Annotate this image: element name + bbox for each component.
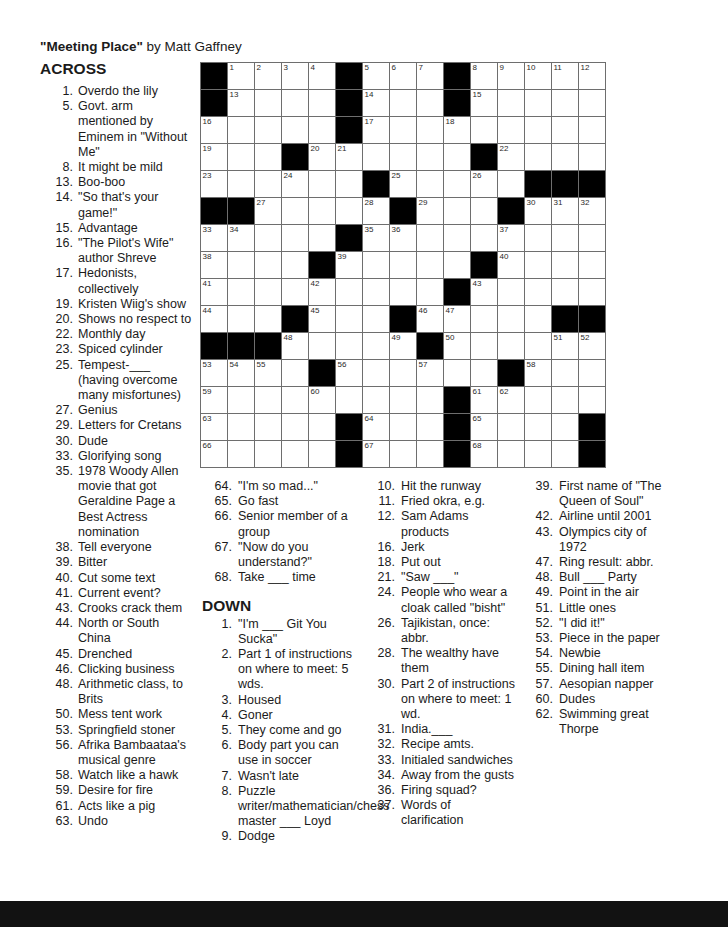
grid-cell[interactable] bbox=[282, 414, 309, 441]
grid-cell[interactable]: 45 bbox=[309, 306, 336, 333]
clue-text: Dudes bbox=[559, 692, 595, 707]
grid-cell[interactable] bbox=[498, 333, 525, 360]
clue-number: 36. bbox=[365, 783, 401, 798]
grid-cell[interactable]: 26 bbox=[471, 171, 498, 198]
across-clue-50: 50.Mess tent work bbox=[40, 707, 215, 722]
grid-cell[interactable] bbox=[282, 90, 309, 117]
grid-cell[interactable] bbox=[255, 306, 282, 333]
clue-text: Tell everyone bbox=[78, 540, 152, 555]
grid-cell[interactable] bbox=[255, 144, 282, 171]
across-clue-23: 23.Spiced cylinder bbox=[40, 342, 215, 357]
grid-cell[interactable]: 3 bbox=[282, 63, 309, 90]
grid-cell[interactable]: 51 bbox=[552, 333, 579, 360]
clue-number: 55. bbox=[525, 661, 559, 676]
grid-cell[interactable]: 4 bbox=[309, 63, 336, 90]
grid-cell[interactable]: 13 bbox=[228, 90, 255, 117]
grid-cell[interactable]: 52 bbox=[579, 333, 606, 360]
grid-cell[interactable] bbox=[363, 387, 390, 414]
grid-cell[interactable] bbox=[363, 333, 390, 360]
grid-cell[interactable] bbox=[417, 387, 444, 414]
grid-cell[interactable]: 58 bbox=[525, 360, 552, 387]
grid-cell[interactable] bbox=[498, 117, 525, 144]
grid-cell[interactable] bbox=[228, 144, 255, 171]
clue-number: 53. bbox=[40, 723, 78, 738]
black-cell bbox=[471, 144, 498, 171]
across-clue-67: 67."Now do you understand?" bbox=[202, 540, 374, 570]
across-clue-59: 59.Desire for fire bbox=[40, 783, 215, 798]
grid-cell[interactable] bbox=[282, 198, 309, 225]
grid-cell[interactable] bbox=[525, 252, 552, 279]
clue-number: 63. bbox=[40, 814, 78, 829]
clue-text: Glorifying song bbox=[78, 449, 161, 464]
grid-cell[interactable] bbox=[228, 387, 255, 414]
grid-cell[interactable] bbox=[336, 198, 363, 225]
across-clue-65: 65.Go fast bbox=[202, 494, 374, 509]
grid-cell[interactable] bbox=[228, 414, 255, 441]
across-clue-16: 16."The Pilot's Wife" author Shreve bbox=[40, 236, 215, 266]
grid-cell[interactable] bbox=[390, 90, 417, 117]
clue-number: 5. bbox=[40, 99, 78, 160]
grid-cell[interactable] bbox=[417, 90, 444, 117]
grid-cell[interactable] bbox=[525, 225, 552, 252]
clue-number: 46. bbox=[40, 662, 78, 677]
grid-cell[interactable]: 15 bbox=[471, 90, 498, 117]
across-clue-35: 35.1978 Woody Allen movie that got Geral… bbox=[40, 464, 215, 540]
grid-cell[interactable] bbox=[444, 225, 471, 252]
grid-cell[interactable]: 49 bbox=[390, 333, 417, 360]
grid-cell[interactable] bbox=[255, 441, 282, 468]
grid-cell[interactable] bbox=[336, 279, 363, 306]
grid-cell[interactable]: 21 bbox=[336, 144, 363, 171]
grid-cell[interactable]: 37 bbox=[498, 225, 525, 252]
grid-cell[interactable] bbox=[417, 441, 444, 468]
grid-cell[interactable] bbox=[525, 144, 552, 171]
grid-cell[interactable] bbox=[390, 441, 417, 468]
grid-cell[interactable] bbox=[336, 171, 363, 198]
cell-number: 67 bbox=[365, 441, 374, 451]
grid-cell[interactable]: 54 bbox=[228, 360, 255, 387]
grid-cell[interactable] bbox=[309, 441, 336, 468]
black-cell bbox=[336, 90, 363, 117]
grid-cell[interactable]: 14 bbox=[363, 90, 390, 117]
clue-text: Undo bbox=[78, 814, 108, 829]
grid-cell[interactable] bbox=[525, 90, 552, 117]
black-cell bbox=[444, 279, 471, 306]
clue-number: 43. bbox=[40, 601, 78, 616]
clue-number: 56. bbox=[40, 738, 78, 768]
grid-cell[interactable]: 47 bbox=[444, 306, 471, 333]
grid-cell[interactable] bbox=[228, 441, 255, 468]
grid-cell[interactable]: 5 bbox=[363, 63, 390, 90]
grid-cell[interactable] bbox=[282, 360, 309, 387]
clue-text: Springfield stoner bbox=[78, 723, 175, 738]
grid-cell[interactable]: 31 bbox=[552, 198, 579, 225]
across-clue-41: 41.Current event? bbox=[40, 586, 215, 601]
clue-text: Part 2 of instructions on where to meet:… bbox=[401, 677, 515, 723]
clue-number: 7. bbox=[202, 769, 238, 784]
clue-number: 39. bbox=[525, 479, 559, 509]
grid-cell[interactable]: 12 bbox=[579, 63, 606, 90]
clue-number: 5. bbox=[202, 723, 238, 738]
down-clue-31: 31.India.___ bbox=[365, 722, 533, 737]
down-clue-18: 18.Put out bbox=[365, 555, 533, 570]
cell-number: 56 bbox=[338, 360, 347, 370]
grid-cell[interactable]: 48 bbox=[282, 333, 309, 360]
grid-cell[interactable]: 60 bbox=[309, 387, 336, 414]
across-clue-27: 27.Genius bbox=[40, 403, 215, 418]
grid-cell[interactable]: 62 bbox=[498, 387, 525, 414]
grid-cell[interactable] bbox=[471, 360, 498, 387]
grid-cell[interactable]: 67 bbox=[363, 441, 390, 468]
clue-text: Boo-boo bbox=[78, 175, 125, 190]
grid-cell[interactable] bbox=[525, 414, 552, 441]
grid-cell[interactable] bbox=[282, 252, 309, 279]
grid-cell[interactable] bbox=[309, 333, 336, 360]
grid-cell[interactable] bbox=[255, 117, 282, 144]
grid-cell[interactable] bbox=[390, 414, 417, 441]
grid-cell[interactable] bbox=[390, 279, 417, 306]
grid-cell[interactable] bbox=[255, 225, 282, 252]
clue-text: Arithmetic class, to Brits bbox=[78, 677, 183, 707]
clue-text: Aesopian napper bbox=[559, 677, 654, 692]
grid-cell[interactable]: 34 bbox=[228, 225, 255, 252]
grid-cell[interactable]: 24 bbox=[282, 171, 309, 198]
down-clue-47: 47.Ring result: abbr. bbox=[525, 555, 705, 570]
grid-cell[interactable] bbox=[552, 90, 579, 117]
across-clue-14: 14."So that's your game!" bbox=[40, 190, 215, 220]
down-clue-7: 7.Wasn't late bbox=[202, 769, 374, 784]
black-cell bbox=[336, 117, 363, 144]
clue-number: 18. bbox=[365, 555, 401, 570]
grid-cell[interactable] bbox=[309, 117, 336, 144]
grid-cell[interactable] bbox=[363, 252, 390, 279]
clue-text: Point in the air bbox=[559, 585, 639, 600]
grid-cell[interactable] bbox=[471, 198, 498, 225]
clue-number: 62. bbox=[525, 707, 559, 737]
clue-number: 19. bbox=[40, 297, 78, 312]
grid-cell[interactable]: 1 bbox=[228, 63, 255, 90]
cell-number: 11 bbox=[554, 63, 562, 73]
clue-text: Body part you can use in soccer bbox=[238, 738, 339, 768]
grid-cell[interactable] bbox=[309, 171, 336, 198]
grid-cell[interactable] bbox=[255, 90, 282, 117]
clue-text: Wasn't late bbox=[238, 769, 299, 784]
grid-cell[interactable] bbox=[390, 252, 417, 279]
grid-cell[interactable] bbox=[471, 225, 498, 252]
grid-cell[interactable] bbox=[525, 387, 552, 414]
grid-cell[interactable] bbox=[282, 117, 309, 144]
cell-number: 46 bbox=[419, 306, 428, 316]
grid-cell[interactable] bbox=[579, 279, 606, 306]
across-clue-63: 63.Undo bbox=[40, 814, 215, 829]
grid-cell[interactable]: 30 bbox=[525, 198, 552, 225]
clue-number: 48. bbox=[40, 677, 78, 707]
grid-cell[interactable]: 55 bbox=[255, 360, 282, 387]
grid-cell[interactable] bbox=[363, 279, 390, 306]
cell-number: 2 bbox=[257, 63, 261, 73]
grid-cell[interactable] bbox=[552, 414, 579, 441]
clue-number: 8. bbox=[202, 784, 238, 830]
grid-cell[interactable] bbox=[417, 252, 444, 279]
clue-text: 1978 Woody Allen movie that got Geraldin… bbox=[78, 464, 179, 540]
black-cell bbox=[390, 306, 417, 333]
grid-cell[interactable] bbox=[255, 414, 282, 441]
grid-cell[interactable] bbox=[255, 171, 282, 198]
across-clue-66: 66.Senior member of a group bbox=[202, 509, 374, 539]
cell-number: 4 bbox=[311, 63, 315, 73]
grid-cell[interactable] bbox=[579, 387, 606, 414]
clue-number: 53. bbox=[525, 631, 559, 646]
grid-cell[interactable] bbox=[309, 198, 336, 225]
black-cell bbox=[363, 171, 390, 198]
clue-text: Bitter bbox=[78, 555, 107, 570]
grid-cell[interactable]: 65 bbox=[471, 414, 498, 441]
clue-text: Spiced cylinder bbox=[78, 342, 163, 357]
down-clues-column-2: 10.Hit the runway11.Fried okra, e.g.12.S… bbox=[365, 479, 533, 829]
clue-number: 58. bbox=[40, 768, 78, 783]
grid-cell[interactable] bbox=[336, 387, 363, 414]
grid-cell[interactable]: 43 bbox=[471, 279, 498, 306]
grid-cell[interactable] bbox=[228, 306, 255, 333]
grid-cell[interactable] bbox=[579, 117, 606, 144]
grid-cell[interactable] bbox=[552, 144, 579, 171]
clue-number: 12. bbox=[365, 509, 401, 539]
grid-cell[interactable] bbox=[336, 333, 363, 360]
grid-cell[interactable]: 10 bbox=[525, 63, 552, 90]
grid-cell[interactable]: 35 bbox=[363, 225, 390, 252]
grid-cell[interactable]: 25 bbox=[390, 171, 417, 198]
grid-cell[interactable] bbox=[471, 306, 498, 333]
grid-cell[interactable] bbox=[255, 279, 282, 306]
grid-cell[interactable] bbox=[390, 144, 417, 171]
grid-cell[interactable] bbox=[552, 279, 579, 306]
grid-cell[interactable] bbox=[363, 144, 390, 171]
grid-cell[interactable]: 18 bbox=[444, 117, 471, 144]
down-clue-53: 53.Piece in the paper bbox=[525, 631, 705, 646]
grid-cell[interactable] bbox=[498, 306, 525, 333]
black-cell bbox=[417, 333, 444, 360]
clue-number: 49. bbox=[525, 585, 559, 600]
black-cell bbox=[552, 171, 579, 198]
across-clue-17: 17.Hedonists, collectively bbox=[40, 266, 215, 296]
down-clue-21: 21."Saw ___" bbox=[365, 570, 533, 585]
grid-cell[interactable] bbox=[255, 252, 282, 279]
cell-number: 58 bbox=[527, 360, 536, 370]
across-clue-25: 25.Tempest-___ (having overcome many mis… bbox=[40, 358, 215, 404]
clue-text: Housed bbox=[238, 693, 281, 708]
clue-text: "Now do you understand?" bbox=[238, 540, 312, 570]
grid-cell[interactable] bbox=[525, 117, 552, 144]
clue-number: 25. bbox=[40, 358, 78, 404]
grid-cell[interactable] bbox=[282, 225, 309, 252]
grid-cell[interactable] bbox=[498, 171, 525, 198]
grid-cell[interactable]: 29 bbox=[417, 198, 444, 225]
grid-cell[interactable]: 27 bbox=[255, 198, 282, 225]
clue-text: The wealthy have them bbox=[401, 646, 499, 676]
grid-cell[interactable] bbox=[282, 441, 309, 468]
clue-text: Put out bbox=[401, 555, 441, 570]
grid-cell[interactable]: 17 bbox=[363, 117, 390, 144]
grid-cell[interactable] bbox=[444, 171, 471, 198]
clue-number: 15. bbox=[40, 221, 78, 236]
cell-number: 48 bbox=[284, 333, 293, 343]
clue-text: Initialed sandwiches bbox=[401, 753, 513, 768]
grid-cell[interactable]: 57 bbox=[417, 360, 444, 387]
grid-cell[interactable]: 39 bbox=[336, 252, 363, 279]
across-clue-19: 19.Kristen Wiig's show bbox=[40, 297, 215, 312]
grid-cell[interactable] bbox=[552, 441, 579, 468]
grid-cell[interactable] bbox=[498, 90, 525, 117]
grid-cell[interactable] bbox=[228, 171, 255, 198]
grid-cell[interactable] bbox=[282, 279, 309, 306]
clue-text: Little ones bbox=[559, 601, 616, 616]
grid-cell[interactable]: 36 bbox=[390, 225, 417, 252]
grid-cell[interactable] bbox=[579, 225, 606, 252]
grid-cell[interactable] bbox=[525, 333, 552, 360]
clue-number: 28. bbox=[365, 646, 401, 676]
down-clue-11: 11.Fried okra, e.g. bbox=[365, 494, 533, 509]
grid-cell[interactable] bbox=[525, 441, 552, 468]
grid-cell[interactable] bbox=[525, 279, 552, 306]
grid-cell[interactable]: 9 bbox=[498, 63, 525, 90]
grid-cell[interactable] bbox=[390, 360, 417, 387]
grid-cell[interactable]: 22 bbox=[498, 144, 525, 171]
cell-number: 22 bbox=[500, 144, 509, 154]
clue-number: 1. bbox=[40, 84, 78, 99]
grid-cell[interactable]: 56 bbox=[336, 360, 363, 387]
cell-number: 17 bbox=[365, 117, 374, 127]
grid-cell[interactable]: 11 bbox=[552, 63, 579, 90]
grid-cell[interactable] bbox=[579, 252, 606, 279]
clue-number: 30. bbox=[365, 677, 401, 723]
cell-number: 30 bbox=[527, 198, 536, 208]
grid-cell[interactable]: 8 bbox=[471, 63, 498, 90]
grid-cell[interactable] bbox=[228, 252, 255, 279]
clue-number: 45. bbox=[40, 647, 78, 662]
grid-cell[interactable] bbox=[228, 279, 255, 306]
grid-cell[interactable]: 6 bbox=[390, 63, 417, 90]
grid-cell[interactable]: 61 bbox=[471, 387, 498, 414]
across-clue-29: 29.Letters for Cretans bbox=[40, 418, 215, 433]
clue-number: 24. bbox=[365, 585, 401, 615]
grid-cell[interactable] bbox=[498, 279, 525, 306]
grid-cell[interactable] bbox=[417, 171, 444, 198]
grid-cell[interactable]: 28 bbox=[363, 198, 390, 225]
grid-cell[interactable] bbox=[552, 387, 579, 414]
grid-cell[interactable] bbox=[525, 306, 552, 333]
clue-number: 68. bbox=[202, 570, 238, 585]
grid-cell[interactable] bbox=[417, 117, 444, 144]
grid-cell[interactable] bbox=[471, 117, 498, 144]
down-clue-34: 34.Away from the gusts bbox=[365, 768, 533, 783]
clue-number: 23. bbox=[40, 342, 78, 357]
across-clue-22: 22.Monthly day bbox=[40, 327, 215, 342]
grid-cell[interactable] bbox=[498, 441, 525, 468]
grid-cell[interactable]: 46 bbox=[417, 306, 444, 333]
cell-number: 65 bbox=[473, 414, 482, 424]
cell-number: 5 bbox=[365, 63, 369, 73]
grid-cell[interactable]: 64 bbox=[363, 414, 390, 441]
grid-cell[interactable] bbox=[444, 198, 471, 225]
clue-text: Tempest-___ (having overcome many misfor… bbox=[78, 358, 181, 404]
grid-cell[interactable] bbox=[498, 414, 525, 441]
bottom-bar bbox=[0, 901, 728, 927]
cell-number: 18 bbox=[446, 117, 455, 127]
grid-cell[interactable] bbox=[417, 279, 444, 306]
grid-cell[interactable] bbox=[417, 414, 444, 441]
grid-cell[interactable] bbox=[336, 306, 363, 333]
clue-text: Acts like a pig bbox=[78, 799, 155, 814]
across-clue-5: 5.Govt. arm mentioned by Eminem in "With… bbox=[40, 99, 215, 160]
grid-cell[interactable] bbox=[579, 90, 606, 117]
cell-number: 49 bbox=[392, 333, 401, 343]
grid-cell[interactable] bbox=[417, 144, 444, 171]
grid-cell[interactable] bbox=[579, 360, 606, 387]
clue-text: First name of "The Queen of Soul" bbox=[559, 479, 661, 509]
grid-cell[interactable] bbox=[444, 144, 471, 171]
clue-text: Current event? bbox=[78, 586, 161, 601]
grid-cell[interactable] bbox=[390, 387, 417, 414]
cell-number: 54 bbox=[230, 360, 239, 370]
grid-cell[interactable]: 7 bbox=[417, 63, 444, 90]
grid-cell[interactable] bbox=[444, 360, 471, 387]
clue-text: "I'm so mad..." bbox=[238, 479, 318, 494]
grid-cell[interactable] bbox=[309, 225, 336, 252]
clue-number: 50. bbox=[40, 707, 78, 722]
grid-cell[interactable] bbox=[390, 117, 417, 144]
clue-text: India.___ bbox=[401, 722, 452, 737]
clue-text: "The Pilot's Wife" author Shreve bbox=[78, 236, 173, 266]
grid-cell[interactable] bbox=[309, 90, 336, 117]
grid-cell[interactable]: 42 bbox=[309, 279, 336, 306]
down-clue-8: 8.Puzzle writer/mathematician/chess mast… bbox=[202, 784, 374, 830]
grid-cell[interactable]: 50 bbox=[444, 333, 471, 360]
clue-text: Words of clarification bbox=[401, 798, 464, 828]
grid-cell[interactable]: 32 bbox=[579, 198, 606, 225]
clue-number: 59. bbox=[40, 783, 78, 798]
grid-cell[interactable] bbox=[552, 117, 579, 144]
clue-number: 37. bbox=[365, 798, 401, 828]
grid-cell[interactable]: 40 bbox=[498, 252, 525, 279]
clue-text: "So that's your game!" bbox=[78, 190, 158, 220]
grid-cell[interactable] bbox=[579, 144, 606, 171]
grid-cell[interactable] bbox=[363, 306, 390, 333]
grid-cell[interactable] bbox=[309, 414, 336, 441]
black-cell bbox=[579, 306, 606, 333]
across-clue-40: 40.Cut some text bbox=[40, 571, 215, 586]
cell-number: 61 bbox=[473, 387, 482, 397]
clue-number: 13. bbox=[40, 175, 78, 190]
grid-cell[interactable] bbox=[228, 117, 255, 144]
down-clue-6: 6.Body part you can use in soccer bbox=[202, 738, 374, 768]
clue-text: Overdo the lily bbox=[78, 84, 158, 99]
grid-cell[interactable] bbox=[417, 225, 444, 252]
grid-cell[interactable] bbox=[552, 252, 579, 279]
grid-cell[interactable]: 2 bbox=[255, 63, 282, 90]
grid-cell[interactable]: 68 bbox=[471, 441, 498, 468]
grid-cell[interactable] bbox=[552, 360, 579, 387]
grid-cell[interactable] bbox=[363, 360, 390, 387]
grid-cell[interactable] bbox=[471, 333, 498, 360]
across-clue-45: 45.Drenched bbox=[40, 647, 215, 662]
black-cell bbox=[309, 252, 336, 279]
grid-cell[interactable] bbox=[444, 252, 471, 279]
grid-cell[interactable] bbox=[552, 225, 579, 252]
grid-cell[interactable] bbox=[282, 387, 309, 414]
grid-cell[interactable] bbox=[255, 387, 282, 414]
clue-number: 42. bbox=[525, 509, 559, 524]
grid-cell[interactable]: 20 bbox=[309, 144, 336, 171]
